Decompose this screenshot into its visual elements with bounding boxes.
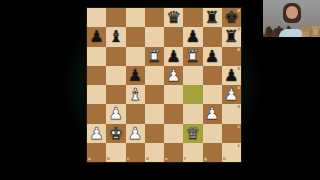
square-b5[interactable]	[106, 66, 125, 85]
piece-black-bishop-b7[interactable]: ♝	[106, 27, 125, 46]
square-c3[interactable]	[126, 104, 145, 123]
square-c8[interactable]	[126, 8, 145, 27]
square-e3[interactable]	[164, 104, 183, 123]
square-h7[interactable]: 7♜	[222, 27, 241, 46]
file-label-d: d	[146, 157, 149, 161]
square-f7[interactable]: ♟	[183, 27, 202, 46]
square-g1[interactable]: g	[203, 143, 222, 162]
streamer-name-tag	[263, 34, 278, 37]
streamer-shirt	[279, 29, 305, 37]
stream-frame: ♛♜8♚♟♝♟7♜♜♟♜♟6♟♟5♟♝4♟♟♟3♟♚♟♛2abcdefgh1 ♞…	[0, 0, 320, 180]
piece-black-rook-h7[interactable]: ♜	[222, 27, 241, 46]
square-c7[interactable]	[126, 27, 145, 46]
square-g3[interactable]: ♟	[203, 104, 222, 123]
square-b6[interactable]	[106, 47, 125, 66]
webcam-overlay: ♞♚♝ ♛♜	[263, 0, 320, 37]
square-f2[interactable]: ♛	[183, 124, 202, 143]
square-h8[interactable]: 8♚	[222, 8, 241, 27]
square-d5[interactable]	[145, 66, 164, 85]
rank-label-3: 3	[237, 105, 240, 109]
rank-label-6: 6	[237, 48, 240, 52]
square-f5[interactable]	[183, 66, 202, 85]
square-h3[interactable]: 3	[222, 104, 241, 123]
piece-white-pawn-b3[interactable]: ♟	[106, 104, 125, 123]
square-e5[interactable]: ♟	[164, 66, 183, 85]
square-d2[interactable]	[145, 124, 164, 143]
file-label-b: b	[107, 157, 110, 161]
square-g6[interactable]: ♟	[203, 47, 222, 66]
piece-white-king-b2[interactable]: ♚	[106, 124, 125, 143]
piece-black-pawn-a7[interactable]: ♟	[87, 27, 106, 46]
piece-white-pawn-e5[interactable]: ♟	[164, 66, 183, 85]
piece-white-bishop-c4[interactable]: ♝	[126, 85, 145, 104]
square-b1[interactable]: b	[106, 143, 125, 162]
piece-white-rook-f6[interactable]: ♜	[183, 47, 202, 66]
piece-black-queen-e8[interactable]: ♛	[164, 8, 183, 27]
square-h2[interactable]: 2	[222, 124, 241, 143]
piece-black-king-h8[interactable]: ♚	[222, 8, 241, 27]
chess-board: ♛♜8♚♟♝♟7♜♜♟♜♟6♟♟5♟♝4♟♟♟3♟♚♟♛2abcdefgh1	[86, 7, 242, 163]
square-a1[interactable]: a	[87, 143, 106, 162]
square-d8[interactable]	[145, 8, 164, 27]
square-b7[interactable]: ♝	[106, 27, 125, 46]
piece-white-pawn-g3[interactable]: ♟	[203, 104, 222, 123]
piece-white-pawn-h4[interactable]: ♟	[222, 85, 241, 104]
square-g2[interactable]	[203, 124, 222, 143]
piece-black-pawn-c5[interactable]: ♟	[126, 66, 145, 85]
square-h4[interactable]: 4♟	[222, 85, 241, 104]
streamer-face	[286, 6, 298, 19]
piece-white-pawn-a2[interactable]: ♟	[87, 124, 106, 143]
square-c1[interactable]: c	[126, 143, 145, 162]
square-f4[interactable]	[183, 85, 202, 104]
file-label-c: c	[127, 157, 129, 161]
square-b3[interactable]: ♟	[106, 104, 125, 123]
square-c2[interactable]: ♟	[126, 124, 145, 143]
piece-black-pawn-e6[interactable]: ♟	[164, 47, 183, 66]
file-label-h: h	[223, 157, 226, 161]
square-c5[interactable]: ♟	[126, 66, 145, 85]
square-c4[interactable]: ♝	[126, 85, 145, 104]
square-a3[interactable]	[87, 104, 106, 123]
file-label-g: g	[204, 157, 207, 161]
square-d1[interactable]: d	[145, 143, 164, 162]
piece-black-rook-g8[interactable]: ♜	[203, 8, 222, 27]
square-f8[interactable]	[183, 8, 202, 27]
square-g7[interactable]	[203, 27, 222, 46]
square-e6[interactable]: ♟	[164, 47, 183, 66]
square-f3[interactable]	[183, 104, 202, 123]
square-b8[interactable]	[106, 8, 125, 27]
square-a4[interactable]	[87, 85, 106, 104]
square-a5[interactable]	[87, 66, 106, 85]
square-e2[interactable]	[164, 124, 183, 143]
square-g5[interactable]	[203, 66, 222, 85]
rank-label-2: 2	[237, 125, 240, 129]
square-a7[interactable]: ♟	[87, 27, 106, 46]
square-d7[interactable]	[145, 27, 164, 46]
square-a6[interactable]	[87, 47, 106, 66]
file-label-a: a	[88, 157, 91, 161]
square-f1[interactable]: f	[183, 143, 202, 162]
piece-black-pawn-f7[interactable]: ♟	[183, 27, 202, 46]
square-b2[interactable]: ♚	[106, 124, 125, 143]
square-f6[interactable]: ♜	[183, 47, 202, 66]
square-g8[interactable]: ♜	[203, 8, 222, 27]
file-label-f: f	[184, 157, 186, 161]
piece-black-pawn-h5[interactable]: ♟	[222, 66, 241, 85]
file-label-e: e	[165, 157, 168, 161]
piece-white-rook-d6[interactable]: ♜	[145, 47, 164, 66]
square-a2[interactable]: ♟	[87, 124, 106, 143]
square-h1[interactable]: h1	[222, 143, 241, 162]
square-e7[interactable]	[164, 27, 183, 46]
square-e4[interactable]	[164, 85, 183, 104]
square-h5[interactable]: 5♟	[222, 66, 241, 85]
square-h6[interactable]: 6	[222, 47, 241, 66]
square-e1[interactable]: e	[164, 143, 183, 162]
square-d3[interactable]	[145, 104, 164, 123]
piece-white-queen-f2[interactable]: ♛	[183, 124, 202, 143]
square-c6[interactable]	[126, 47, 145, 66]
square-g4[interactable]	[203, 85, 222, 104]
square-d6[interactable]: ♜	[145, 47, 164, 66]
piece-black-pawn-g6[interactable]: ♟	[203, 47, 222, 66]
square-d4[interactable]	[145, 85, 164, 104]
square-e8[interactable]: ♛	[164, 8, 183, 27]
square-a8[interactable]	[87, 8, 106, 27]
square-b4[interactable]	[106, 85, 125, 104]
rank-label-1: 1	[237, 144, 240, 148]
piece-white-pawn-c2[interactable]: ♟	[126, 124, 145, 143]
